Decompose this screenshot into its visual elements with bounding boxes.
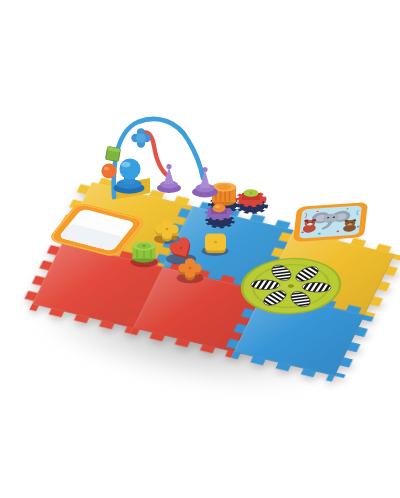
- peg-cluster: [131, 219, 229, 283]
- spinner-wheel: [241, 256, 342, 316]
- mirror-frame: [47, 202, 147, 258]
- bead-orange-ball: [101, 163, 116, 178]
- peg-yellow-square: [205, 234, 226, 254]
- product-photo-stage: Six interlocking puzzle-edge plastic til…: [0, 0, 400, 498]
- bead-maze: [101, 119, 218, 200]
- play-pieces-overlay: [0, 0, 400, 498]
- gear-red-green: [238, 189, 264, 206]
- cone-post-blue-wire: [192, 167, 218, 198]
- mushroom-knob: [114, 159, 145, 194]
- picture-frame: [293, 202, 368, 242]
- peg-green-cylinder: [133, 241, 156, 262]
- bead-green-cube: [105, 146, 120, 161]
